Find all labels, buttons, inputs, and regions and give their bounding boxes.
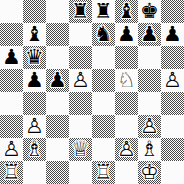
square-d4[interactable]: [69, 92, 92, 115]
black-knight-e7[interactable]: ♞: [92, 23, 115, 46]
square-d5[interactable]: ♟♙: [69, 69, 92, 92]
square-c8[interactable]: [46, 0, 69, 23]
square-a5[interactable]: [0, 69, 23, 92]
square-h2[interactable]: [161, 138, 184, 161]
square-g6[interactable]: [138, 46, 161, 69]
square-a7[interactable]: [0, 23, 23, 46]
white-bishop-g2[interactable]: ♝♗: [138, 138, 161, 161]
black-pawn-glyph: ♟: [46, 69, 69, 92]
white-queen-d2[interactable]: ♛♕: [69, 138, 92, 161]
square-b2[interactable]: ♝♗: [23, 138, 46, 161]
white-pawn-g3[interactable]: ♟♙: [138, 115, 161, 138]
square-d6[interactable]: [69, 46, 92, 69]
square-e6[interactable]: [92, 46, 115, 69]
square-e5[interactable]: [92, 69, 115, 92]
white-rook-outline-glyph: ♖: [0, 161, 23, 184]
square-a2[interactable]: ♟♙: [0, 138, 23, 161]
white-pawn-outline-glyph: ♙: [115, 138, 138, 161]
black-pawn-glyph: ♟: [138, 23, 161, 46]
square-c6[interactable]: [46, 46, 69, 69]
square-h7[interactable]: ♟: [161, 23, 184, 46]
square-h6[interactable]: [161, 46, 184, 69]
white-pawn-f2[interactable]: ♟♙: [115, 138, 138, 161]
white-rook-a1[interactable]: ♜♖: [0, 161, 23, 184]
square-d1[interactable]: [69, 161, 92, 184]
square-h1[interactable]: [161, 161, 184, 184]
square-h8[interactable]: [161, 0, 184, 23]
square-f2[interactable]: ♟♙: [115, 138, 138, 161]
square-d3[interactable]: [69, 115, 92, 138]
black-bishop-f8[interactable]: ♝: [115, 0, 138, 23]
square-f5[interactable]: ♞♘: [115, 69, 138, 92]
square-g3[interactable]: ♟♙: [138, 115, 161, 138]
square-c1[interactable]: [46, 161, 69, 184]
square-e1[interactable]: ♜♖: [92, 161, 115, 184]
black-knight-glyph: ♞: [92, 23, 115, 46]
white-knight-outline-glyph: ♘: [115, 69, 138, 92]
black-pawn-b5[interactable]: ♟: [23, 69, 46, 92]
white-pawn-a2[interactable]: ♟♙: [0, 138, 23, 161]
square-b8[interactable]: [23, 0, 46, 23]
square-a6[interactable]: ♟: [0, 46, 23, 69]
square-g4[interactable]: [138, 92, 161, 115]
black-bishop-glyph: ♝: [23, 23, 46, 46]
square-b6[interactable]: ♛: [23, 46, 46, 69]
black-rook-d8[interactable]: ♜: [69, 0, 92, 23]
square-b5[interactable]: ♟: [23, 69, 46, 92]
square-a4[interactable]: [0, 92, 23, 115]
square-f8[interactable]: ♝: [115, 0, 138, 23]
square-g8[interactable]: ♚: [138, 0, 161, 23]
white-knight-f5[interactable]: ♞♘: [115, 69, 138, 92]
black-pawn-glyph: ♟: [23, 69, 46, 92]
white-pawn-outline-glyph: ♙: [138, 115, 161, 138]
square-f7[interactable]: ♟: [115, 23, 138, 46]
white-bishop-b2[interactable]: ♝♗: [23, 138, 46, 161]
square-c4[interactable]: [46, 92, 69, 115]
square-g2[interactable]: ♝♗: [138, 138, 161, 161]
square-e4[interactable]: [92, 92, 115, 115]
white-pawn-outline-glyph: ♙: [23, 115, 46, 138]
square-d7[interactable]: [69, 23, 92, 46]
square-e7[interactable]: ♞: [92, 23, 115, 46]
square-c2[interactable]: [46, 138, 69, 161]
black-king-g8[interactable]: ♚: [138, 0, 161, 23]
black-queen-b6[interactable]: ♛: [23, 46, 46, 69]
square-a8[interactable]: [0, 0, 23, 23]
square-e2[interactable]: [92, 138, 115, 161]
square-g7[interactable]: ♟: [138, 23, 161, 46]
white-pawn-outline-glyph: ♙: [69, 69, 92, 92]
square-h4[interactable]: [161, 92, 184, 115]
black-rook-e8[interactable]: ♜: [92, 0, 115, 23]
square-e8[interactable]: ♜: [92, 0, 115, 23]
square-b7[interactable]: ♝: [23, 23, 46, 46]
square-d8[interactable]: ♜: [69, 0, 92, 23]
square-f1[interactable]: [115, 161, 138, 184]
white-pawn-outline-glyph: ♙: [0, 138, 23, 161]
square-e3[interactable]: [92, 115, 115, 138]
square-c5[interactable]: ♟: [46, 69, 69, 92]
black-pawn-glyph: ♟: [0, 46, 23, 69]
black-king-glyph: ♚: [138, 0, 161, 23]
white-bishop-outline-glyph: ♗: [23, 138, 46, 161]
black-rook-glyph: ♜: [69, 0, 92, 23]
square-a3[interactable]: [0, 115, 23, 138]
square-c7[interactable]: [46, 23, 69, 46]
white-pawn-h5[interactable]: ♟♙: [161, 69, 184, 92]
black-pawn-a6[interactable]: ♟: [0, 46, 23, 69]
square-b1[interactable]: [23, 161, 46, 184]
white-rook-outline-glyph: ♖: [92, 161, 115, 184]
black-bishop-glyph: ♝: [115, 0, 138, 23]
white-king-outline-glyph: ♔: [138, 161, 161, 184]
square-b4[interactable]: [23, 92, 46, 115]
square-f4[interactable]: [115, 92, 138, 115]
square-g5[interactable]: [138, 69, 161, 92]
white-rook-e1[interactable]: ♜♖: [92, 161, 115, 184]
square-f6[interactable]: [115, 46, 138, 69]
white-bishop-outline-glyph: ♗: [138, 138, 161, 161]
black-pawn-h7[interactable]: ♟: [161, 23, 184, 46]
chess-board: ♜♜♝♚♝♞♟♟♟♟♛♟♟♟♙♞♘♟♙♟♙♟♙♟♙♝♗♛♕♟♙♝♗♜♖♜♖♚♔: [0, 0, 184, 184]
white-king-g1[interactable]: ♚♔: [138, 161, 161, 184]
square-b3[interactable]: ♟♙: [23, 115, 46, 138]
black-pawn-c5[interactable]: ♟: [46, 69, 69, 92]
square-h3[interactable]: [161, 115, 184, 138]
square-h5[interactable]: ♟♙: [161, 69, 184, 92]
white-pawn-outline-glyph: ♙: [161, 69, 184, 92]
square-f3[interactable]: [115, 115, 138, 138]
white-queen-outline-glyph: ♕: [69, 138, 92, 161]
black-rook-glyph: ♜: [92, 0, 115, 23]
black-queen-glyph: ♛: [23, 46, 46, 69]
black-pawn-g7[interactable]: ♟: [138, 23, 161, 46]
black-pawn-glyph: ♟: [161, 23, 184, 46]
black-pawn-f7[interactable]: ♟: [115, 23, 138, 46]
white-pawn-b3[interactable]: ♟♙: [23, 115, 46, 138]
black-pawn-glyph: ♟: [115, 23, 138, 46]
black-bishop-b7[interactable]: ♝: [23, 23, 46, 46]
square-g1[interactable]: ♚♔: [138, 161, 161, 184]
square-a1[interactable]: ♜♖: [0, 161, 23, 184]
white-pawn-d5[interactable]: ♟♙: [69, 69, 92, 92]
square-c3[interactable]: [46, 115, 69, 138]
square-d2[interactable]: ♛♕: [69, 138, 92, 161]
